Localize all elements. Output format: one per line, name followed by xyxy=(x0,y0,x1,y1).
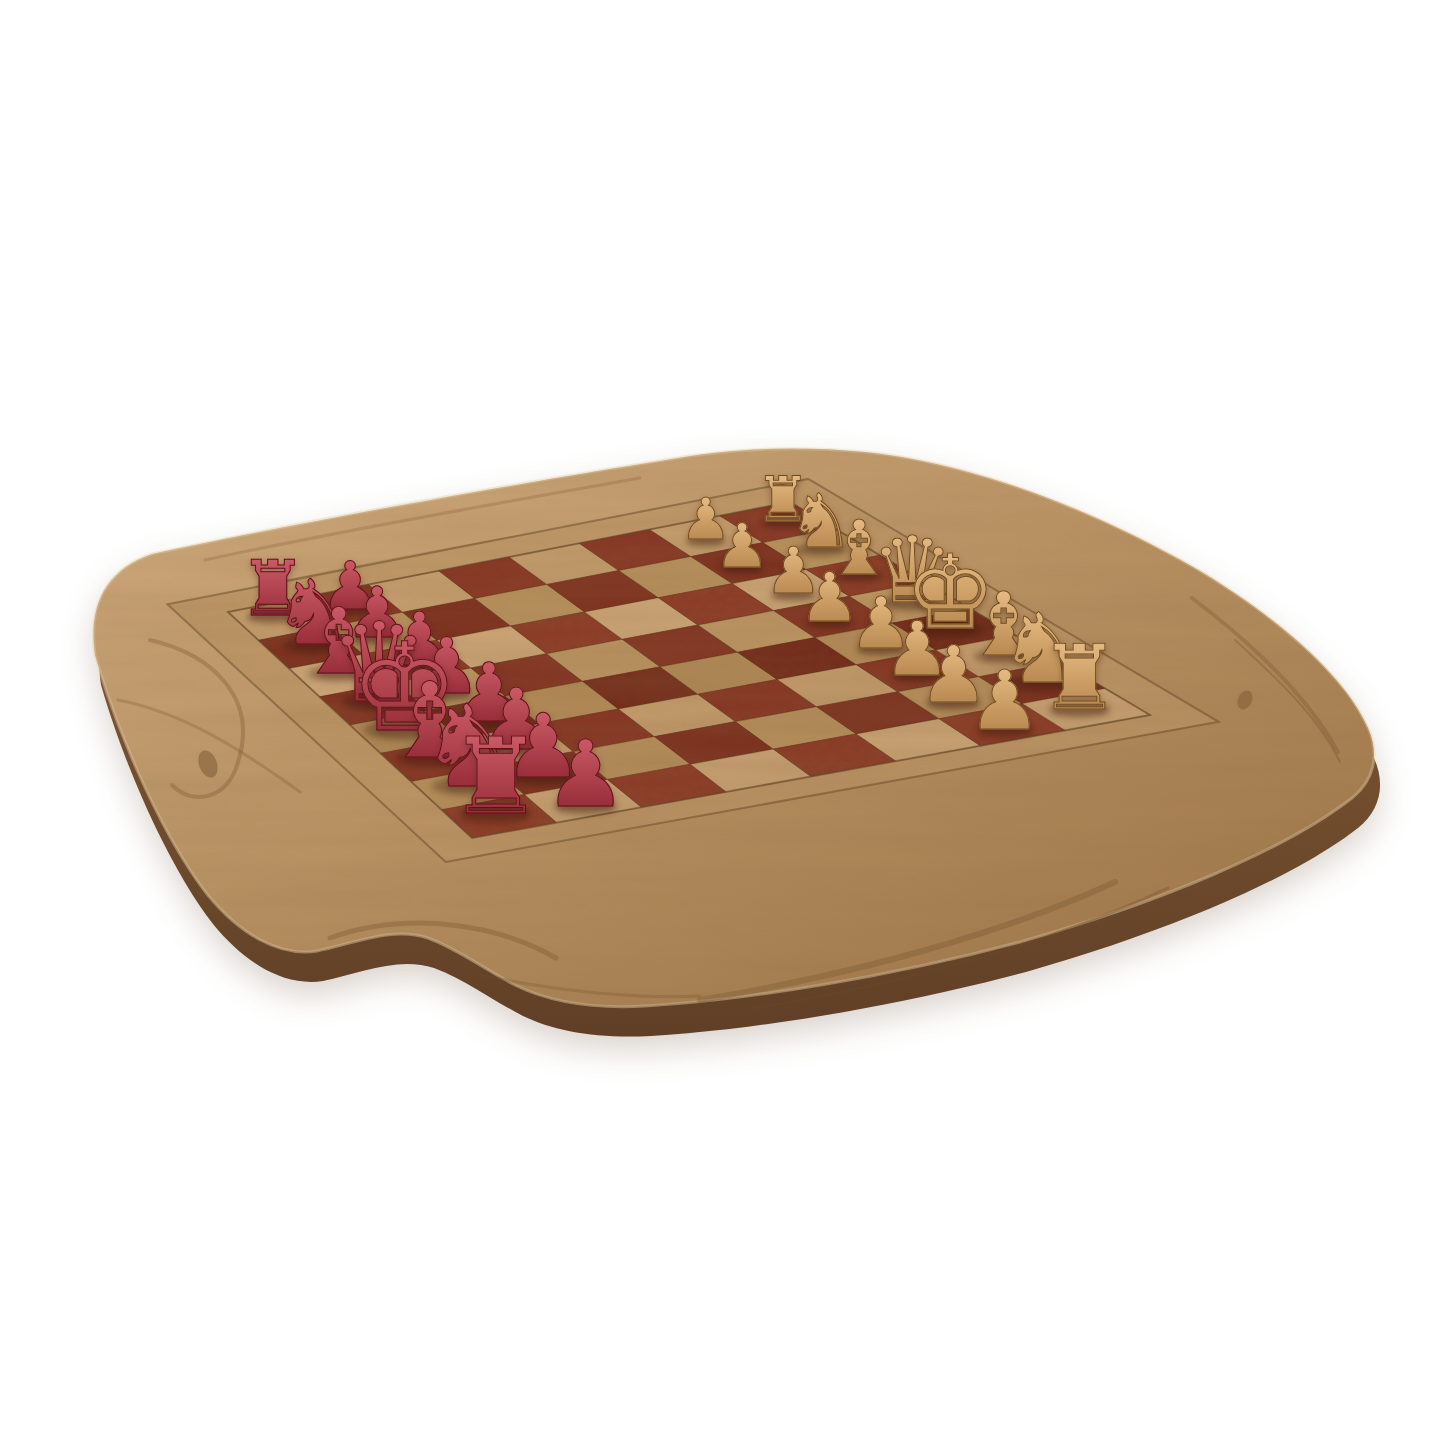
pieces-layer: ♜♟♞♟♝♟♛♟♚♟♝♟♞♟♜♟♜♟♞♟♝♟♛♟♚♟♝♟♞♟♜♟ xyxy=(0,0,1445,1445)
board-photo-stage: ♜♟♞♟♝♟♛♟♚♟♝♟♞♟♜♟♜♟♞♟♝♟♛♟♚♟♝♟♞♟♜♟ xyxy=(0,0,1445,1445)
piece-red-rook[interactable]: ♜ xyxy=(416,724,575,830)
piece-wood-pawn[interactable]: ♟ xyxy=(943,660,1066,742)
